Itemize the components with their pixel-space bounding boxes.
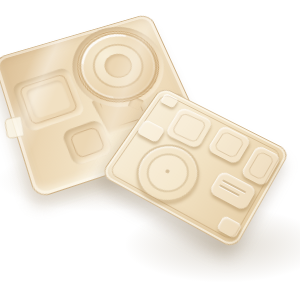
product-photo <box>0 0 300 300</box>
compartment-mold-line <box>69 126 106 159</box>
clear-lid-tab <box>4 116 25 140</box>
emboss-inner-line <box>247 151 275 181</box>
emboss-inner-line <box>171 112 207 143</box>
emboss-inner-line <box>213 131 245 159</box>
